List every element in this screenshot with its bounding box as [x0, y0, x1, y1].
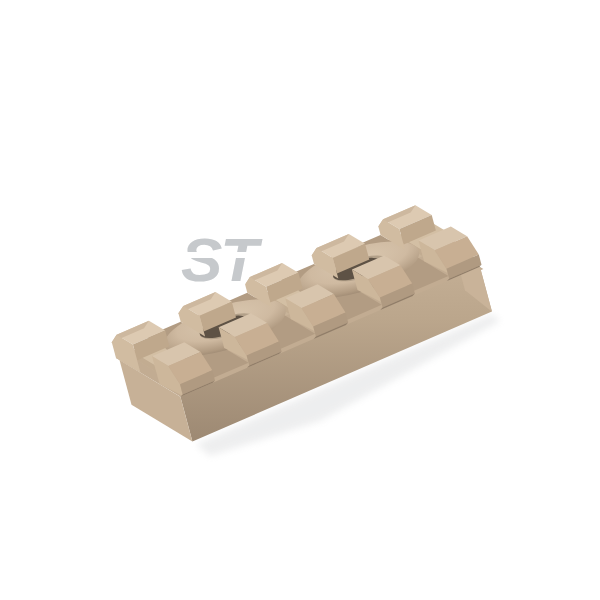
product-photo: ST — [0, 0, 600, 600]
rail-photo-canvas: ST — [0, 0, 600, 600]
watermark-stripe — [176, 252, 264, 258]
rail-object — [112, 205, 500, 456]
